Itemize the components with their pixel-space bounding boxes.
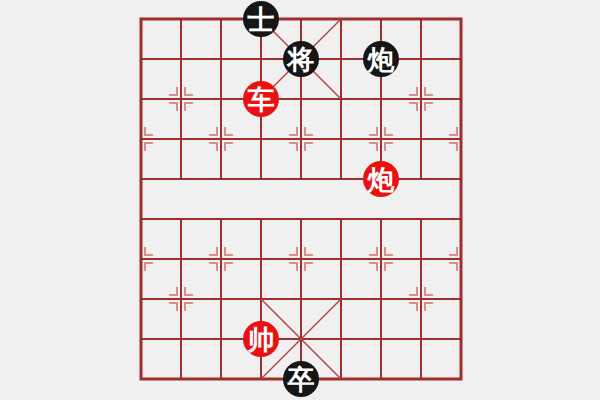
piece-red-chariot[interactable]: 车 (243, 81, 279, 117)
piece-black-soldier[interactable]: 卒 (283, 361, 319, 397)
board-point: 士 (241, 0, 281, 39)
piece-black-general[interactable]: 将 (283, 41, 319, 77)
piece-black-cannon[interactable]: 炮 (363, 41, 399, 77)
xiangqi-board: 士将炮车炮帅卒 (121, 0, 481, 399)
piece-red-cannon[interactable]: 炮 (363, 161, 399, 197)
board-point: 炮 (361, 159, 401, 199)
board-point: 卒 (281, 359, 321, 399)
board-point: 车 (241, 79, 281, 119)
piece-red-general[interactable]: 帅 (243, 321, 279, 357)
board-point: 炮 (361, 39, 401, 79)
board-point: 帅 (241, 319, 281, 359)
board-point: 将 (281, 39, 321, 79)
piece-black-advisor[interactable]: 士 (243, 1, 279, 37)
xiangqi-diagram: 士将炮车炮帅卒 (0, 0, 600, 400)
